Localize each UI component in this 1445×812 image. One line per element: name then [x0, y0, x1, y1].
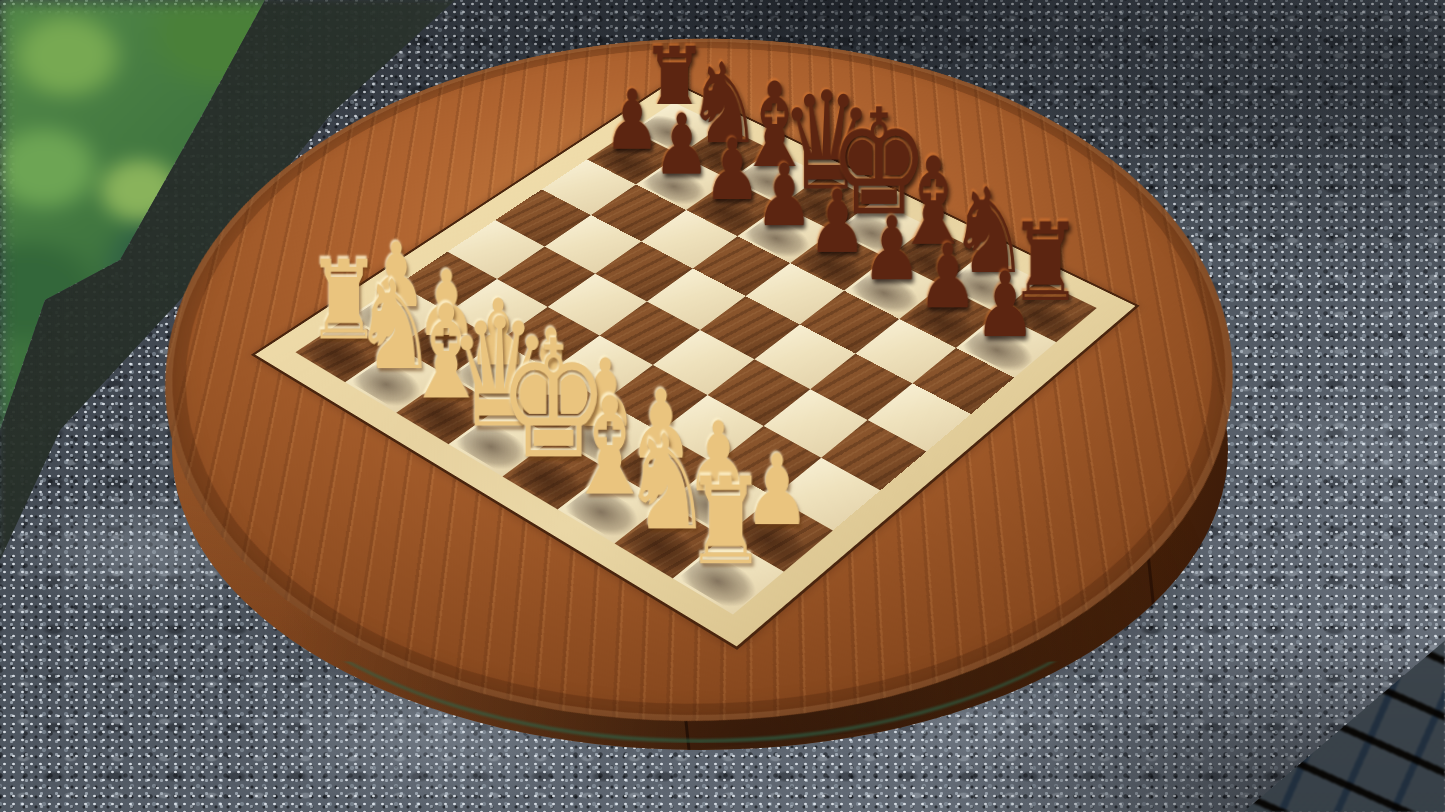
- chess-box-side: [172, 149, 1228, 750]
- photo-stage: ♜♞♝♛♚♝♞♜♟♟♟♟♟♟♟♟♟♟♟♟♟♟♟♟♜♞♝♛♚♝♞♜: [0, 0, 1445, 812]
